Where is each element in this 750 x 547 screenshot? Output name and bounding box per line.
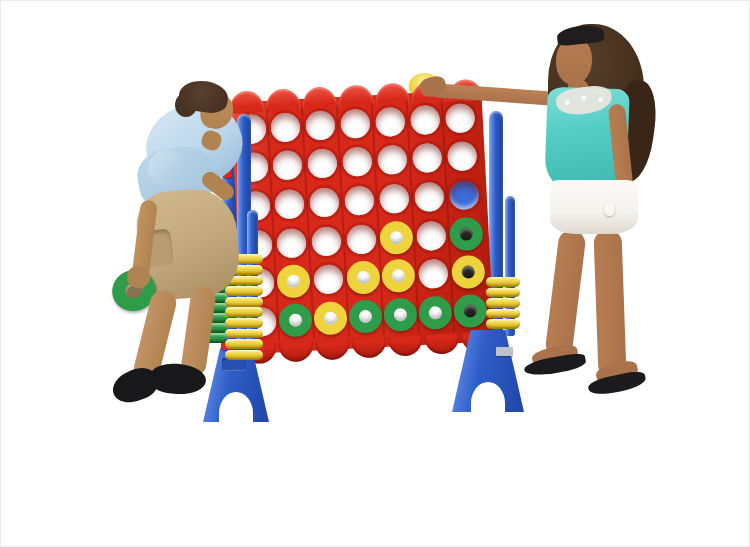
empty-hole xyxy=(276,228,306,258)
girl-right-leg xyxy=(593,230,626,379)
scallop-bump xyxy=(315,339,350,361)
empty-hole xyxy=(274,189,304,219)
cell-c7r4[interactable] xyxy=(449,214,484,254)
cell-c3r4[interactable] xyxy=(309,221,346,261)
girl-left-leg xyxy=(544,229,586,359)
empty-hole xyxy=(414,182,444,212)
empty-hole xyxy=(377,145,407,175)
yellow-ring xyxy=(225,307,263,317)
yellow-ring xyxy=(486,277,520,287)
yellow-ring xyxy=(486,288,520,298)
scallop-bump xyxy=(424,333,459,355)
cell-c4r3[interactable] xyxy=(342,181,379,221)
cell-c4r1[interactable] xyxy=(338,103,375,143)
right-yellow-ring-stack xyxy=(486,277,520,329)
empty-hole xyxy=(272,151,302,181)
empty-hole xyxy=(307,149,337,179)
empty-hole xyxy=(449,180,479,210)
cell-c4r6[interactable] xyxy=(348,296,385,336)
empty-hole xyxy=(340,108,370,138)
yellow-disc xyxy=(379,220,414,255)
cell-c2r4[interactable] xyxy=(274,223,311,263)
cell-c5r6[interactable] xyxy=(383,295,420,335)
cell-c6r5[interactable] xyxy=(416,254,453,294)
cell-c5r3[interactable] xyxy=(377,179,414,219)
cell-c7r3[interactable] xyxy=(447,175,482,215)
cell-c3r1[interactable] xyxy=(303,105,340,145)
empty-hole xyxy=(445,103,475,133)
cell-c2r1[interactable] xyxy=(268,107,305,147)
white-object-in-girl-hand xyxy=(604,201,615,216)
yellow-ring xyxy=(225,318,263,328)
yellow-ring xyxy=(225,339,263,349)
green-disc xyxy=(348,299,383,334)
empty-hole xyxy=(418,259,448,289)
empty-hole xyxy=(311,226,341,256)
green-disc xyxy=(383,297,418,332)
green-disc xyxy=(418,296,453,331)
cell-c4r4[interactable] xyxy=(344,219,381,259)
empty-hole xyxy=(344,186,374,216)
yellow-ring xyxy=(486,319,520,329)
yellow-ring xyxy=(225,350,263,360)
empty-hole xyxy=(379,184,409,214)
cell-c5r5[interactable] xyxy=(381,256,418,296)
cell-c4r5[interactable] xyxy=(346,258,383,298)
cell-c6r6[interactable] xyxy=(418,293,455,333)
empty-hole xyxy=(410,105,440,135)
cell-c6r2[interactable] xyxy=(410,138,447,178)
empty-hole xyxy=(270,112,300,142)
cell-c4r2[interactable] xyxy=(340,142,377,182)
yellow-disc xyxy=(451,255,486,290)
cell-c5r1[interactable] xyxy=(373,101,410,141)
yellow-disc xyxy=(313,301,348,336)
cell-c6r1[interactable] xyxy=(408,100,445,140)
scallop-bump xyxy=(351,337,386,359)
yellow-disc xyxy=(346,261,381,296)
photo-stage xyxy=(0,0,750,547)
cell-c2r5[interactable] xyxy=(276,261,313,301)
empty-hole xyxy=(342,147,372,177)
gray-label-sticker xyxy=(496,347,513,356)
cell-c2r2[interactable] xyxy=(270,146,307,186)
cell-c2r3[interactable] xyxy=(272,184,309,224)
boy-right-hand xyxy=(127,266,150,288)
cell-c7r6[interactable] xyxy=(453,291,488,331)
cell-c7r1[interactable] xyxy=(443,98,478,138)
yellow-ring xyxy=(225,297,263,307)
empty-hole xyxy=(313,265,343,295)
green-disc xyxy=(278,303,313,338)
cell-c5r4[interactable] xyxy=(379,217,416,257)
yellow-disc xyxy=(381,259,416,294)
empty-hole xyxy=(309,187,339,217)
yellow-disc xyxy=(276,264,311,299)
cell-c3r3[interactable] xyxy=(307,182,344,222)
board-grid xyxy=(235,98,488,342)
cell-c5r2[interactable] xyxy=(375,140,412,180)
girl-white-shorts xyxy=(550,180,638,234)
scallop-bump xyxy=(388,335,423,357)
yellow-ring xyxy=(486,309,520,319)
yellow-ring xyxy=(225,286,263,296)
cell-c6r3[interactable] xyxy=(412,177,449,217)
scallop-bump xyxy=(279,341,314,363)
cell-c6r4[interactable] xyxy=(414,215,451,255)
green-disc xyxy=(453,294,488,329)
cell-c3r6[interactable] xyxy=(313,298,350,338)
empty-hole xyxy=(416,221,446,251)
empty-hole xyxy=(346,224,376,254)
empty-hole xyxy=(412,143,442,173)
yellow-ring xyxy=(486,298,520,308)
connect-four-board xyxy=(231,90,495,355)
cell-c3r5[interactable] xyxy=(311,260,348,300)
cell-c7r2[interactable] xyxy=(445,137,480,177)
empty-hole xyxy=(447,141,477,171)
cell-c7r5[interactable] xyxy=(451,252,486,292)
empty-hole xyxy=(305,110,335,140)
cell-c2r6[interactable] xyxy=(278,300,315,340)
cell-c3r2[interactable] xyxy=(305,144,342,184)
empty-hole xyxy=(375,106,405,136)
green-disc xyxy=(449,217,484,252)
yellow-ring xyxy=(225,329,263,339)
